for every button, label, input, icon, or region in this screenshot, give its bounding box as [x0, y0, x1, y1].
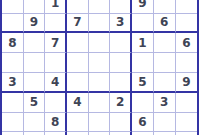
cell-r5c8[interactable] [154, 53, 176, 73]
cell-r9c6[interactable] [110, 132, 132, 135]
cell-r2c9[interactable] [176, 0, 198, 14]
cell-r2c5[interactable] [89, 0, 111, 14]
cell-r8c7[interactable]: 6 [132, 113, 154, 133]
cell-r9c9[interactable] [176, 132, 198, 135]
cell-r9c1[interactable] [2, 132, 24, 135]
cell-r8c2[interactable] [24, 113, 46, 133]
cell-r6c6[interactable] [110, 73, 132, 93]
cell-r6c9[interactable]: 9 [176, 73, 198, 93]
cell-r8c4[interactable] [67, 113, 89, 133]
cell-r2c2[interactable] [24, 0, 46, 14]
cell-r4c7[interactable]: 1 [132, 33, 154, 53]
sudoku-screenshot: 19973687163459542386 [0, 0, 200, 135]
cell-r5c5[interactable] [89, 53, 111, 73]
cell-r7c3[interactable] [45, 93, 67, 113]
cell-r4c8[interactable] [154, 33, 176, 53]
cell-r6c1[interactable]: 3 [2, 73, 24, 93]
cell-r3c4[interactable]: 7 [67, 14, 89, 34]
cell-r2c1[interactable] [2, 0, 24, 14]
cell-r4c2[interactable] [24, 33, 46, 53]
cell-r3c7[interactable] [132, 14, 154, 34]
cell-r5c3[interactable] [45, 53, 67, 73]
cell-r9c2[interactable] [24, 132, 46, 135]
cell-r9c7[interactable] [132, 132, 154, 135]
cell-r7c7[interactable] [132, 93, 154, 113]
cell-r5c9[interactable] [176, 53, 198, 73]
cell-r4c9[interactable]: 6 [176, 33, 198, 53]
cell-r2c8[interactable] [154, 0, 176, 14]
cell-r8c6[interactable] [110, 113, 132, 133]
cell-r2c3[interactable]: 1 [45, 0, 67, 14]
cell-r4c5[interactable] [89, 33, 111, 53]
cell-r6c3[interactable]: 4 [45, 73, 67, 93]
cell-r3c5[interactable] [89, 14, 111, 34]
cell-r2c7[interactable]: 9 [132, 0, 154, 14]
cell-r4c1[interactable]: 8 [2, 33, 24, 53]
cell-r4c6[interactable] [110, 33, 132, 53]
cell-r5c2[interactable] [24, 53, 46, 73]
cell-r4c3[interactable]: 7 [45, 33, 67, 53]
cell-r6c5[interactable] [89, 73, 111, 93]
cell-r8c8[interactable] [154, 113, 176, 133]
cell-r7c9[interactable] [176, 93, 198, 113]
cell-r7c8[interactable]: 3 [154, 93, 176, 113]
cell-r5c4[interactable] [67, 53, 89, 73]
cell-r4c4[interactable] [67, 33, 89, 53]
cell-r5c1[interactable] [2, 53, 24, 73]
sudoku-board: 19973687163459542386 [0, 0, 199, 135]
cell-r7c5[interactable] [89, 93, 111, 113]
cell-r2c4[interactable] [67, 0, 89, 14]
cell-r8c3[interactable]: 8 [45, 113, 67, 133]
cell-r6c8[interactable] [154, 73, 176, 93]
cell-r3c6[interactable]: 3 [110, 14, 132, 34]
cell-r3c3[interactable] [45, 14, 67, 34]
cell-r3c9[interactable] [176, 14, 198, 34]
cell-r2c6[interactable] [110, 0, 132, 14]
cell-r7c1[interactable] [2, 93, 24, 113]
cell-r8c5[interactable] [89, 113, 111, 133]
cell-r6c4[interactable] [67, 73, 89, 93]
cell-r5c7[interactable] [132, 53, 154, 73]
cell-r3c2[interactable]: 9 [24, 14, 46, 34]
cell-r9c5[interactable] [89, 132, 111, 135]
cell-r6c7[interactable]: 5 [132, 73, 154, 93]
cell-r7c4[interactable]: 4 [67, 93, 89, 113]
cell-r8c9[interactable] [176, 113, 198, 133]
cell-r9c8[interactable] [154, 132, 176, 135]
cell-r5c6[interactable] [110, 53, 132, 73]
cell-r9c3[interactable] [45, 132, 67, 135]
cell-r7c6[interactable]: 2 [110, 93, 132, 113]
cell-r8c1[interactable] [2, 113, 24, 133]
cell-r9c4[interactable] [67, 132, 89, 135]
cell-r3c1[interactable] [2, 14, 24, 34]
cell-r6c2[interactable] [24, 73, 46, 93]
cell-r3c8[interactable]: 6 [154, 14, 176, 34]
cell-r7c2[interactable]: 5 [24, 93, 46, 113]
